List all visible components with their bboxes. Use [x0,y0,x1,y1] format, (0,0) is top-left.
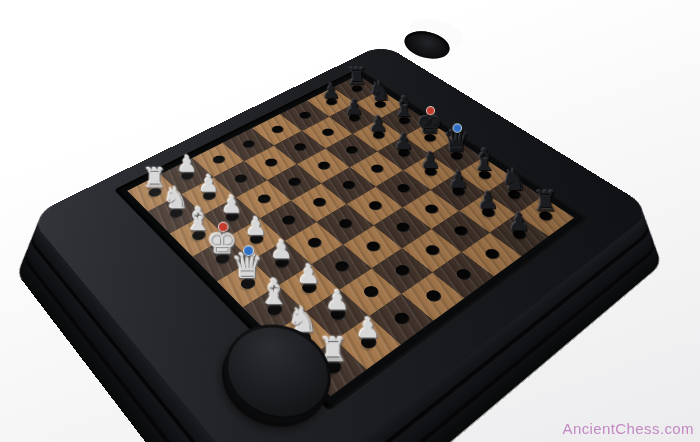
peg-hole [453,267,473,282]
peg-hole [319,127,335,137]
peg-hole [340,179,358,191]
peg-hole [232,173,249,185]
peg-hole [310,196,328,208]
square-f6 [326,134,378,168]
peg-hole [315,160,332,171]
piece-black-pawn: ♟ [499,210,540,235]
peg-hole [291,142,308,153]
peg-hole [305,236,324,250]
peg-hole [423,288,443,304]
peg-hole [336,217,355,230]
peg-hole [279,214,297,227]
board-recess: ♜♟♟♜♞♟♟♞♝♟♟♝♚♟♟♚♛♟♟♛♝♟♟♝♞♟♟♞♜♟♟♜ [114,68,589,411]
peg-hole [391,310,412,326]
peg-hole [262,157,279,168]
peg-hole [297,110,313,120]
piece-black-pawn: ♟ [468,189,508,213]
peg-hole [393,221,412,234]
peg-hole [285,176,303,188]
queen-blue-dot-marker [453,123,462,132]
peg-hole [255,193,273,205]
peg-hole [210,154,227,165]
queen-blue-dot-marker [243,245,254,256]
king-red-dot-marker [426,106,435,115]
square-g6 [302,117,353,149]
square-c4 [343,226,402,269]
peg-hole [482,247,502,261]
peg-hole [422,203,440,216]
peg-hole [332,259,352,274]
peg-hole [422,243,441,257]
peg-hole [269,124,285,134]
watermark: AncientChess.com [563,420,694,437]
peg-hole [343,145,360,156]
peg-hole [240,139,257,150]
peg-hole [360,284,380,300]
peg-hole [394,182,412,194]
king-red-dot-marker [218,222,229,233]
pocket-chess-photo-scene: ♜♟♟♜♞♟♟♞♝♟♟♝♚♟♟♚♛♟♟♛♝♟♟♝♞♟♟♞♜♟♟♜ Ancient… [0,0,700,442]
peg-hole [392,263,412,278]
peg-hole [366,199,384,212]
peg-hole [363,240,382,254]
square-h4 [223,128,274,161]
peg-hole [451,224,470,237]
peg-hole [368,163,385,174]
